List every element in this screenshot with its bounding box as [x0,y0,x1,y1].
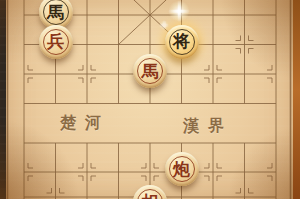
piece-character: 馬 [133,54,167,88]
piece-red-soldier[interactable]: 兵 [39,25,73,59]
river-label-chu: 楚河 [60,113,110,134]
piece-red-cannon[interactable]: 炮 [165,152,199,186]
piece-character: 相 [133,185,167,199]
piece-red-horse[interactable]: 馬 [133,54,167,88]
piece-red-elephant[interactable]: 相 [133,185,167,199]
piece-black-general[interactable]: 将 [165,25,199,59]
xiangqi-board-screenshot: 楚河 漢界 馬将兵馬炮相 [0,0,300,199]
river-label-han: 漢界 [183,116,233,137]
board-right-margin [293,0,300,199]
piece-character: 兵 [39,25,73,59]
board-left-margin [0,0,6,199]
piece-character: 将 [165,25,199,59]
piece-character: 炮 [165,152,199,186]
